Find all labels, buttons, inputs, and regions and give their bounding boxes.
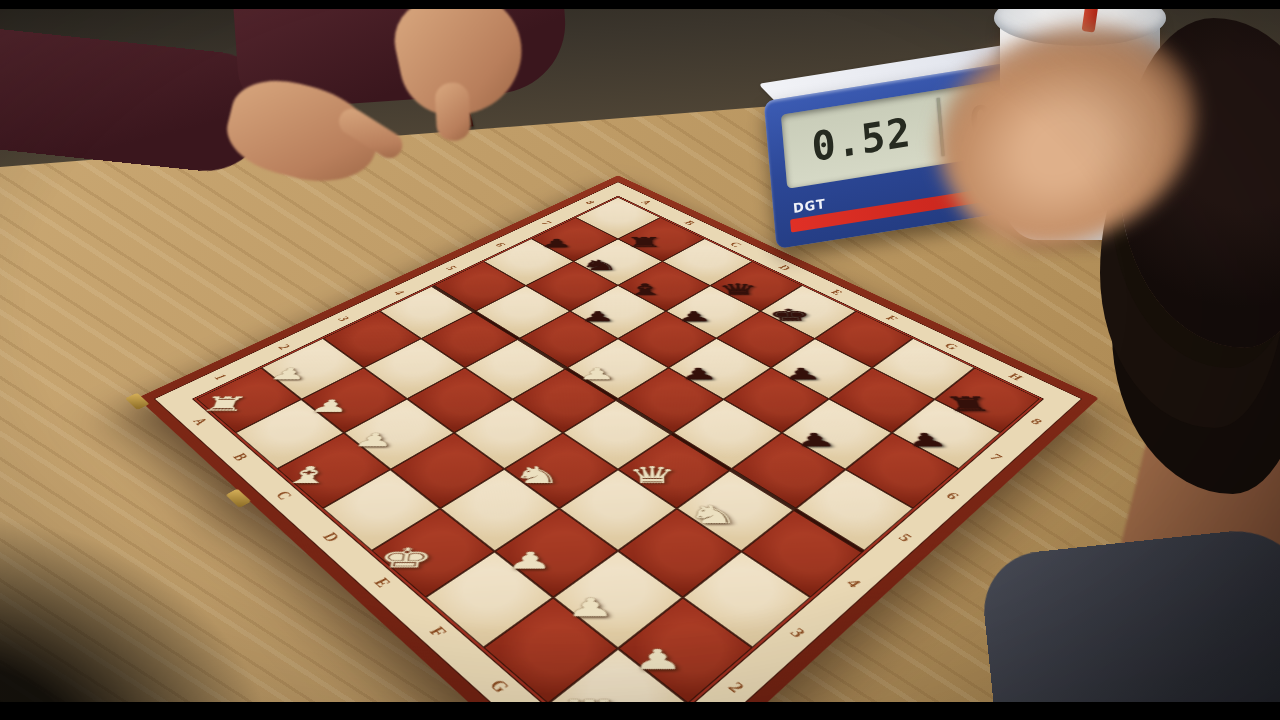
white-knight-g4[interactable]: ♞ [686, 503, 741, 527]
clock-brand-logo: DGT [792, 196, 826, 216]
file-label-f: F [426, 623, 449, 640]
white-pawn-c2[interactable]: ♟ [351, 431, 397, 448]
rank-label-8: 8 [1029, 417, 1044, 427]
white-pawn-a2[interactable]: ♟ [267, 366, 311, 381]
black-king-e8[interactable]: ♚ [767, 308, 813, 323]
rank-label-4: 4 [844, 576, 862, 590]
black-pawn-f7[interactable]: ♟ [781, 366, 823, 381]
letterbox-top [0, 0, 1280, 9]
rank-label-5: 5 [444, 264, 458, 271]
file-label-c: C [273, 489, 294, 502]
rank-label-4: 4 [392, 289, 407, 297]
white-rook-a1[interactable]: ♜ [197, 395, 252, 414]
file-label-b: B [230, 451, 250, 463]
white-pawn-f2[interactable]: ♟ [506, 549, 554, 571]
file-label-e: E [371, 575, 393, 591]
rank-label-3: 3 [336, 315, 351, 323]
rank-label-2: 2 [726, 679, 746, 696]
black-pawn-a7[interactable]: ♟ [539, 238, 573, 249]
rank-label-6: 6 [944, 490, 960, 502]
white-knight-e3[interactable]: ♞ [511, 464, 563, 486]
photo-scene: ABCDEFGH 87654321 ♜♛♚♜♟♞♝♟♟♟♟♟♟♟♛♞♞♟♟♟♟♟… [0, 0, 1280, 720]
file-label-a: A [190, 416, 209, 427]
black-rook-b8[interactable]: ♜ [625, 236, 664, 249]
file-label-g: G [943, 342, 960, 352]
rank-label-3: 3 [788, 625, 807, 641]
white-bishop-c1[interactable]: ♝ [280, 464, 338, 486]
file-label-b: B [682, 219, 696, 226]
rank-label-7: 7 [540, 220, 553, 226]
clock-time-left: 0.52 [782, 104, 941, 174]
rank-label-1: 1 [212, 373, 229, 382]
file-label-g: G [487, 677, 511, 697]
black-pawn-g6[interactable]: ♟ [793, 431, 838, 448]
white-pawn-d5[interactable]: ♟ [577, 366, 616, 381]
white-king-e1[interactable]: ♚ [376, 545, 436, 571]
file-label-d: D [777, 264, 792, 272]
black-pawn-d7[interactable]: ♟ [676, 310, 713, 323]
file-label-f: F [884, 314, 900, 323]
black-queen-d8[interactable]: ♛ [717, 282, 760, 296]
file-label-e: E [829, 288, 844, 296]
corner-shadow [0, 510, 280, 720]
file-label-a: A [639, 199, 653, 206]
rank-label-5: 5 [896, 531, 913, 544]
black-bishop-c7[interactable]: ♝ [625, 282, 666, 296]
white-pawn-h2[interactable]: ♟ [632, 646, 684, 672]
file-label-d: D [320, 530, 342, 545]
file-label-h: H [1006, 371, 1024, 382]
black-pawn-c6[interactable]: ♟ [580, 310, 616, 323]
file-label-c: C [728, 241, 742, 248]
rank-label-8: 8 [584, 200, 597, 206]
black-knight-b7[interactable]: ♞ [580, 258, 620, 272]
rank-label-6: 6 [493, 242, 507, 249]
rank-label-2: 2 [276, 343, 292, 352]
black-pawn-h7[interactable]: ♟ [903, 431, 950, 448]
white-pawn-b2[interactable]: ♟ [308, 398, 353, 414]
rank-label-7: 7 [988, 452, 1003, 463]
black-pawn-e6[interactable]: ♟ [680, 366, 720, 381]
white-queen-f4[interactable]: ♛ [627, 464, 678, 486]
letterbox-bottom [0, 702, 1280, 720]
black-rook-h8[interactable]: ♜ [941, 395, 995, 414]
white-pawn-g2[interactable]: ♟ [566, 596, 615, 620]
